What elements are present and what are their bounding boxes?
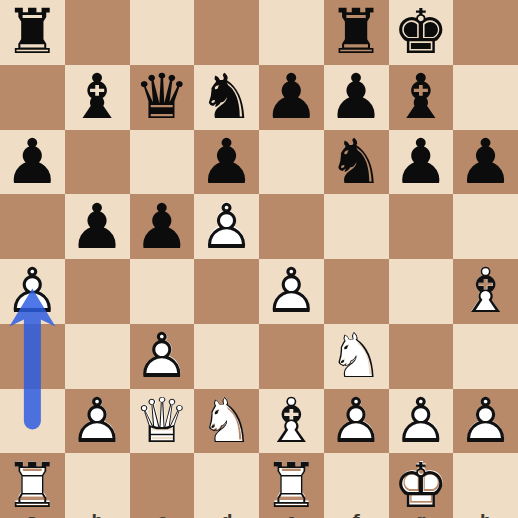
square-c6[interactable] [130, 130, 195, 195]
piece-outline: ♙ [324, 389, 389, 454]
square-f1[interactable] [324, 453, 389, 518]
square-h5[interactable] [453, 194, 518, 259]
square-h8[interactable] [453, 0, 518, 65]
board: ♜♜♚♝♛♞♟♟♝♟♟♞♟♟♟♟♟♙♟♙♟♙♝♗♟♙♞♘♟♙♛♕♞♘♝♗♟♙♟♙… [0, 0, 518, 518]
piece-outline: ♖ [0, 453, 65, 518]
white-rook-icon[interactable]: ♜♖ [259, 453, 324, 518]
white-pawn-icon[interactable]: ♟♙ [259, 259, 324, 324]
square-g4[interactable] [389, 259, 454, 324]
square-b5[interactable]: ♟ [65, 194, 130, 259]
white-pawn-icon[interactable]: ♟♙ [389, 389, 454, 454]
square-f5[interactable] [324, 194, 389, 259]
black-pawn-icon[interactable]: ♟ [194, 130, 259, 195]
piece-glyph: ♟ [65, 194, 130, 259]
square-g1[interactable]: ♚♔ [389, 453, 454, 518]
square-g6[interactable]: ♟ [389, 130, 454, 195]
piece-outline: ♔ [389, 453, 454, 518]
square-e4[interactable]: ♟♙ [259, 259, 324, 324]
piece-outline: ♘ [324, 324, 389, 389]
black-rook-icon[interactable]: ♜ [0, 0, 65, 65]
piece-glyph: ♟ [389, 130, 454, 195]
square-d2[interactable]: ♞♘ [194, 389, 259, 454]
white-knight-icon[interactable]: ♞♘ [324, 324, 389, 389]
square-f4[interactable] [324, 259, 389, 324]
piece-outline: ♙ [65, 389, 130, 454]
black-knight-icon[interactable]: ♞ [324, 130, 389, 195]
square-e6[interactable] [259, 130, 324, 195]
piece-outline: ♙ [0, 259, 65, 324]
square-c4[interactable] [130, 259, 195, 324]
square-e1[interactable]: ♜♖ [259, 453, 324, 518]
piece-glyph: ♟ [130, 194, 195, 259]
square-c1[interactable] [130, 453, 195, 518]
black-pawn-icon[interactable]: ♟ [0, 130, 65, 195]
square-d1[interactable] [194, 453, 259, 518]
square-h6[interactable]: ♟ [453, 130, 518, 195]
square-d4[interactable] [194, 259, 259, 324]
white-knight-icon[interactable]: ♞♘ [194, 389, 259, 454]
square-e5[interactable] [259, 194, 324, 259]
black-knight-icon[interactable]: ♞ [194, 65, 259, 130]
piece-glyph: ♟ [453, 130, 518, 195]
piece-outline: ♗ [259, 389, 324, 454]
square-d8[interactable] [194, 0, 259, 65]
square-b3[interactable] [65, 324, 130, 389]
black-queen-icon[interactable]: ♛ [130, 65, 195, 130]
square-b8[interactable] [65, 0, 130, 65]
square-a1[interactable]: ♜♖ [0, 453, 65, 518]
square-d6[interactable]: ♟ [194, 130, 259, 195]
white-king-icon[interactable]: ♚♔ [389, 453, 454, 518]
piece-glyph: ♟ [0, 130, 65, 195]
black-pawn-icon[interactable]: ♟ [65, 194, 130, 259]
square-g5[interactable] [389, 194, 454, 259]
black-pawn-icon[interactable]: ♟ [130, 194, 195, 259]
square-e7[interactable]: ♟ [259, 65, 324, 130]
black-pawn-icon[interactable]: ♟ [389, 130, 454, 195]
white-rook-icon[interactable]: ♜♖ [0, 453, 65, 518]
square-e3[interactable] [259, 324, 324, 389]
square-a3[interactable] [0, 324, 65, 389]
square-b2[interactable]: ♟♙ [65, 389, 130, 454]
white-pawn-icon[interactable]: ♟♙ [0, 259, 65, 324]
square-a6[interactable]: ♟ [0, 130, 65, 195]
square-h4[interactable]: ♝♗ [453, 259, 518, 324]
square-d3[interactable] [194, 324, 259, 389]
square-c2[interactable]: ♛♕ [130, 389, 195, 454]
piece-glyph: ♜ [0, 0, 65, 65]
square-a4[interactable]: ♟♙ [0, 259, 65, 324]
black-pawn-icon[interactable]: ♟ [453, 130, 518, 195]
white-pawn-icon[interactable]: ♟♙ [65, 389, 130, 454]
piece-outline: ♖ [259, 453, 324, 518]
white-queen-icon[interactable]: ♛♕ [130, 389, 195, 454]
piece-outline: ♘ [194, 389, 259, 454]
square-d5[interactable]: ♟♙ [194, 194, 259, 259]
black-bishop-icon[interactable]: ♝ [389, 65, 454, 130]
black-bishop-icon[interactable]: ♝ [65, 65, 130, 130]
piece-outline: ♕ [130, 389, 195, 454]
square-g2[interactable]: ♟♙ [389, 389, 454, 454]
square-d7[interactable]: ♞ [194, 65, 259, 130]
black-rook-icon[interactable]: ♜ [324, 0, 389, 65]
white-pawn-icon[interactable]: ♟♙ [194, 194, 259, 259]
square-f7[interactable]: ♟ [324, 65, 389, 130]
square-h3[interactable] [453, 324, 518, 389]
piece-glyph: ♟ [324, 65, 389, 130]
square-e8[interactable] [259, 0, 324, 65]
piece-glyph: ♜ [324, 0, 389, 65]
piece-outline: ♙ [130, 324, 195, 389]
black-pawn-icon[interactable]: ♟ [259, 65, 324, 130]
black-king-icon[interactable]: ♚ [389, 0, 454, 65]
square-g8[interactable]: ♚ [389, 0, 454, 65]
square-g7[interactable]: ♝ [389, 65, 454, 130]
piece-glyph: ♞ [324, 130, 389, 195]
square-f3[interactable]: ♞♘ [324, 324, 389, 389]
piece-outline: ♙ [389, 389, 454, 454]
piece-outline: ♙ [453, 389, 518, 454]
black-pawn-icon[interactable]: ♟ [324, 65, 389, 130]
square-c8[interactable] [130, 0, 195, 65]
square-c3[interactable]: ♟♙ [130, 324, 195, 389]
piece-glyph: ♟ [259, 65, 324, 130]
square-h2[interactable]: ♟♙ [453, 389, 518, 454]
white-bishop-icon[interactable]: ♝♗ [259, 389, 324, 454]
square-b6[interactable] [65, 130, 130, 195]
piece-outline: ♙ [259, 259, 324, 324]
square-a8[interactable]: ♜ [0, 0, 65, 65]
piece-outline: ♙ [194, 194, 259, 259]
square-e2[interactable]: ♝♗ [259, 389, 324, 454]
square-a2[interactable] [0, 389, 65, 454]
square-c5[interactable]: ♟ [130, 194, 195, 259]
square-b4[interactable] [65, 259, 130, 324]
square-c7[interactable]: ♛ [130, 65, 195, 130]
square-f6[interactable]: ♞ [324, 130, 389, 195]
white-pawn-icon[interactable]: ♟♙ [130, 324, 195, 389]
piece-glyph: ♝ [389, 65, 454, 130]
square-f8[interactable]: ♜ [324, 0, 389, 65]
square-a5[interactable] [0, 194, 65, 259]
square-b1[interactable] [65, 453, 130, 518]
white-bishop-icon[interactable]: ♝♗ [453, 259, 518, 324]
white-pawn-icon[interactable]: ♟♙ [324, 389, 389, 454]
white-pawn-icon[interactable]: ♟♙ [453, 389, 518, 454]
square-a7[interactable] [0, 65, 65, 130]
piece-glyph: ♝ [65, 65, 130, 130]
piece-outline: ♗ [453, 259, 518, 324]
square-h1[interactable] [453, 453, 518, 518]
square-g3[interactable] [389, 324, 454, 389]
square-b7[interactable]: ♝ [65, 65, 130, 130]
piece-glyph: ♞ [194, 65, 259, 130]
piece-glyph: ♚ [389, 0, 454, 65]
piece-glyph: ♛ [130, 65, 195, 130]
square-f2[interactable]: ♟♙ [324, 389, 389, 454]
square-h7[interactable] [453, 65, 518, 130]
chess-board-screenshot: ♜♜♚♝♛♞♟♟♝♟♟♞♟♟♟♟♟♙♟♙♟♙♝♗♟♙♞♘♟♙♛♕♞♘♝♗♟♙♟♙… [0, 0, 518, 518]
piece-glyph: ♟ [194, 130, 259, 195]
